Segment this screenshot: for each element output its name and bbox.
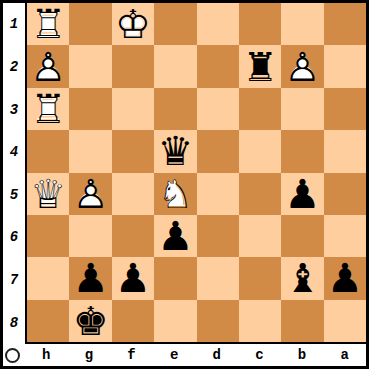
square-g1[interactable] bbox=[69, 3, 111, 45]
file-label-b: b bbox=[281, 344, 324, 366]
piece-white-knight[interactable]: ♞♘ bbox=[154, 173, 196, 215]
square-d6[interactable] bbox=[197, 215, 239, 257]
piece-black-pawn[interactable]: ♟ bbox=[154, 215, 196, 257]
file-label-h: h bbox=[25, 344, 68, 366]
square-a2[interactable] bbox=[324, 45, 366, 87]
square-e8[interactable] bbox=[154, 300, 196, 342]
square-c1[interactable] bbox=[239, 3, 281, 45]
square-e3[interactable] bbox=[154, 88, 196, 130]
square-d1[interactable] bbox=[197, 3, 239, 45]
piece-black-pawn[interactable]: ♟ bbox=[112, 257, 154, 299]
square-g7[interactable]: ♟ bbox=[69, 257, 111, 299]
square-g5[interactable]: ♟♙ bbox=[69, 173, 111, 215]
chess-diagram: 12345678 ♜♖♚♔♟♙♜♟♙♜♖♛♛♕♟♙♞♘♟♟♟♟♝♟♚ hgfed… bbox=[0, 0, 369, 369]
square-a4[interactable] bbox=[324, 130, 366, 172]
chess-board: ♜♖♚♔♟♙♜♟♙♜♖♛♛♕♟♙♞♘♟♟♟♟♝♟♚ bbox=[25, 3, 366, 344]
square-c6[interactable] bbox=[239, 215, 281, 257]
square-h1[interactable]: ♜♖ bbox=[27, 3, 69, 45]
square-e1[interactable] bbox=[154, 3, 196, 45]
square-d7[interactable] bbox=[197, 257, 239, 299]
square-f1[interactable]: ♚♔ bbox=[112, 3, 154, 45]
rank-label-4: 4 bbox=[3, 131, 25, 174]
square-h4[interactable] bbox=[27, 130, 69, 172]
square-c2[interactable]: ♜ bbox=[239, 45, 281, 87]
square-d2[interactable] bbox=[197, 45, 239, 87]
square-a8[interactable] bbox=[324, 300, 366, 342]
square-a5[interactable] bbox=[324, 173, 366, 215]
rank-label-7: 7 bbox=[3, 259, 25, 302]
piece-black-queen[interactable]: ♛ bbox=[154, 130, 196, 172]
square-h2[interactable]: ♟♙ bbox=[27, 45, 69, 87]
square-c5[interactable] bbox=[239, 173, 281, 215]
file-labels: hgfedcba bbox=[25, 344, 366, 366]
square-d3[interactable] bbox=[197, 88, 239, 130]
piece-white-pawn[interactable]: ♟♙ bbox=[69, 173, 111, 215]
piece-white-pawn[interactable]: ♟♙ bbox=[27, 45, 69, 87]
piece-white-rook[interactable]: ♜♖ bbox=[27, 3, 69, 45]
piece-white-king[interactable]: ♚♔ bbox=[112, 3, 154, 45]
square-g8[interactable]: ♚ bbox=[69, 300, 111, 342]
piece-black-king[interactable]: ♚ bbox=[69, 300, 111, 342]
square-e5[interactable]: ♞♘ bbox=[154, 173, 196, 215]
square-f2[interactable] bbox=[112, 45, 154, 87]
square-h5[interactable]: ♛♕ bbox=[27, 173, 69, 215]
square-d5[interactable] bbox=[197, 173, 239, 215]
square-a1[interactable] bbox=[324, 3, 366, 45]
square-b1[interactable] bbox=[281, 3, 323, 45]
rank-label-6: 6 bbox=[3, 216, 25, 259]
rank-label-3: 3 bbox=[3, 88, 25, 131]
square-f4[interactable] bbox=[112, 130, 154, 172]
square-e4[interactable]: ♛ bbox=[154, 130, 196, 172]
square-b2[interactable]: ♟♙ bbox=[281, 45, 323, 87]
square-h3[interactable]: ♜♖ bbox=[27, 88, 69, 130]
file-label-e: e bbox=[153, 344, 196, 366]
side-to-move-indicator bbox=[5, 348, 20, 363]
file-label-g: g bbox=[68, 344, 111, 366]
rank-label-1: 1 bbox=[3, 3, 25, 46]
file-label-f: f bbox=[110, 344, 153, 366]
square-h7[interactable] bbox=[27, 257, 69, 299]
square-b4[interactable] bbox=[281, 130, 323, 172]
square-g3[interactable] bbox=[69, 88, 111, 130]
square-c7[interactable] bbox=[239, 257, 281, 299]
square-b5[interactable]: ♟ bbox=[281, 173, 323, 215]
file-label-a: a bbox=[323, 344, 366, 366]
square-a7[interactable]: ♟ bbox=[324, 257, 366, 299]
square-h8[interactable] bbox=[27, 300, 69, 342]
square-f3[interactable] bbox=[112, 88, 154, 130]
square-f5[interactable] bbox=[112, 173, 154, 215]
square-g6[interactable] bbox=[69, 215, 111, 257]
piece-white-queen[interactable]: ♛♕ bbox=[27, 173, 69, 215]
square-f7[interactable]: ♟ bbox=[112, 257, 154, 299]
square-c8[interactable] bbox=[239, 300, 281, 342]
file-label-d: d bbox=[196, 344, 239, 366]
piece-white-rook[interactable]: ♜♖ bbox=[27, 88, 69, 130]
square-a3[interactable] bbox=[324, 88, 366, 130]
square-f6[interactable] bbox=[112, 215, 154, 257]
square-d4[interactable] bbox=[197, 130, 239, 172]
square-g2[interactable] bbox=[69, 45, 111, 87]
piece-black-bishop[interactable]: ♝ bbox=[281, 257, 323, 299]
square-h6[interactable] bbox=[27, 215, 69, 257]
square-f8[interactable] bbox=[112, 300, 154, 342]
square-g4[interactable] bbox=[69, 130, 111, 172]
square-a6[interactable] bbox=[324, 215, 366, 257]
square-b8[interactable] bbox=[281, 300, 323, 342]
file-label-c: c bbox=[238, 344, 281, 366]
piece-black-pawn[interactable]: ♟ bbox=[281, 173, 323, 215]
square-b3[interactable] bbox=[281, 88, 323, 130]
rank-labels: 12345678 bbox=[3, 3, 25, 344]
square-c4[interactable] bbox=[239, 130, 281, 172]
square-b7[interactable]: ♝ bbox=[281, 257, 323, 299]
rank-label-8: 8 bbox=[3, 301, 25, 344]
piece-white-pawn[interactable]: ♟♙ bbox=[281, 45, 323, 87]
square-d8[interactable] bbox=[197, 300, 239, 342]
square-e6[interactable]: ♟ bbox=[154, 215, 196, 257]
piece-black-rook[interactable]: ♜ bbox=[239, 45, 281, 87]
rank-label-2: 2 bbox=[3, 46, 25, 89]
square-c3[interactable] bbox=[239, 88, 281, 130]
square-e7[interactable] bbox=[154, 257, 196, 299]
square-b6[interactable] bbox=[281, 215, 323, 257]
rank-label-5: 5 bbox=[3, 174, 25, 217]
piece-black-pawn[interactable]: ♟ bbox=[324, 257, 366, 299]
square-e2[interactable] bbox=[154, 45, 196, 87]
piece-black-pawn[interactable]: ♟ bbox=[69, 257, 111, 299]
